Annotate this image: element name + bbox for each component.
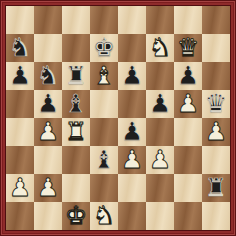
square-b6[interactable]: ♞ — [34, 62, 62, 90]
square-e7[interactable] — [118, 34, 146, 62]
square-a5[interactable] — [6, 90, 34, 118]
square-g3[interactable] — [174, 146, 202, 174]
square-d1[interactable]: ♞ — [90, 202, 118, 230]
square-b7[interactable] — [34, 34, 62, 62]
square-d8[interactable] — [90, 6, 118, 34]
white-pawn[interactable]: ♟ — [205, 118, 227, 146]
square-d7[interactable]: ♚ — [90, 34, 118, 62]
square-a3[interactable] — [6, 146, 34, 174]
square-h1[interactable] — [202, 202, 230, 230]
black-bishop[interactable]: ♝ — [65, 90, 87, 118]
black-rook[interactable]: ♜ — [205, 174, 227, 202]
black-pawn[interactable]: ♟ — [177, 62, 199, 90]
square-b2[interactable]: ♟ — [34, 174, 62, 202]
white-rook[interactable]: ♜ — [65, 118, 87, 146]
white-knight[interactable]: ♞ — [93, 202, 115, 230]
white-king[interactable]: ♚ — [65, 202, 87, 230]
square-e6[interactable]: ♟ — [118, 62, 146, 90]
square-d3[interactable]: ♝ — [90, 146, 118, 174]
square-h3[interactable] — [202, 146, 230, 174]
black-pawn[interactable]: ♟ — [149, 90, 171, 118]
square-f8[interactable] — [146, 6, 174, 34]
square-f4[interactable] — [146, 118, 174, 146]
white-pawn[interactable]: ♟ — [37, 174, 59, 202]
square-h4[interactable]: ♟ — [202, 118, 230, 146]
black-rook[interactable]: ♜ — [65, 62, 87, 90]
square-g4[interactable] — [174, 118, 202, 146]
white-queen[interactable]: ♛ — [177, 34, 199, 62]
square-a7[interactable]: ♞ — [6, 34, 34, 62]
square-h7[interactable] — [202, 34, 230, 62]
square-e2[interactable] — [118, 174, 146, 202]
square-e5[interactable] — [118, 90, 146, 118]
square-d4[interactable] — [90, 118, 118, 146]
white-pawn[interactable]: ♟ — [121, 146, 143, 174]
square-h6[interactable] — [202, 62, 230, 90]
black-queen[interactable]: ♛ — [205, 90, 227, 118]
square-g1[interactable] — [174, 202, 202, 230]
white-pawn[interactable]: ♟ — [37, 118, 59, 146]
square-b3[interactable] — [34, 146, 62, 174]
square-a4[interactable] — [6, 118, 34, 146]
square-c3[interactable] — [62, 146, 90, 174]
square-f1[interactable] — [146, 202, 174, 230]
black-king[interactable]: ♚ — [93, 34, 115, 62]
square-f7[interactable]: ♞ — [146, 34, 174, 62]
square-e4[interactable]: ♟ — [118, 118, 146, 146]
square-g8[interactable] — [174, 6, 202, 34]
black-pawn[interactable]: ♟ — [9, 62, 31, 90]
white-knight[interactable]: ♞ — [149, 34, 171, 62]
square-c6[interactable]: ♜ — [62, 62, 90, 90]
square-f3[interactable]: ♟ — [146, 146, 174, 174]
white-bishop[interactable]: ♝ — [93, 62, 115, 90]
square-d5[interactable] — [90, 90, 118, 118]
square-c1[interactable]: ♚ — [62, 202, 90, 230]
square-f6[interactable] — [146, 62, 174, 90]
black-pawn[interactable]: ♟ — [37, 90, 59, 118]
square-g6[interactable]: ♟ — [174, 62, 202, 90]
square-h2[interactable]: ♜ — [202, 174, 230, 202]
square-d6[interactable]: ♝ — [90, 62, 118, 90]
square-f5[interactable]: ♟ — [146, 90, 174, 118]
square-c4[interactable]: ♜ — [62, 118, 90, 146]
square-e3[interactable]: ♟ — [118, 146, 146, 174]
square-g7[interactable]: ♛ — [174, 34, 202, 62]
square-b8[interactable] — [34, 6, 62, 34]
square-b5[interactable]: ♟ — [34, 90, 62, 118]
chess-board: ♞♚♞♛♟♞♜♝♟♟♟♝♟♟♛♟♜♟♟♝♟♟♟♟♜♚♞ — [6, 6, 230, 230]
square-c7[interactable] — [62, 34, 90, 62]
white-pawn[interactable]: ♟ — [149, 146, 171, 174]
square-a8[interactable] — [6, 6, 34, 34]
square-a6[interactable]: ♟ — [6, 62, 34, 90]
white-pawn[interactable]: ♟ — [9, 174, 31, 202]
black-knight[interactable]: ♞ — [9, 34, 31, 62]
square-d2[interactable] — [90, 174, 118, 202]
square-g5[interactable]: ♟ — [174, 90, 202, 118]
square-a1[interactable] — [6, 202, 34, 230]
white-pawn[interactable]: ♟ — [177, 90, 199, 118]
square-g2[interactable] — [174, 174, 202, 202]
square-c8[interactable] — [62, 6, 90, 34]
square-e8[interactable] — [118, 6, 146, 34]
black-pawn[interactable]: ♟ — [121, 62, 143, 90]
square-b4[interactable]: ♟ — [34, 118, 62, 146]
square-b1[interactable] — [34, 202, 62, 230]
square-a2[interactable]: ♟ — [6, 174, 34, 202]
board-frame: ♞♚♞♛♟♞♜♝♟♟♟♝♟♟♛♟♜♟♟♝♟♟♟♟♜♚♞ — [0, 0, 236, 236]
black-bishop[interactable]: ♝ — [93, 146, 115, 174]
square-f2[interactable] — [146, 174, 174, 202]
square-c5[interactable]: ♝ — [62, 90, 90, 118]
square-h5[interactable]: ♛ — [202, 90, 230, 118]
square-e1[interactable] — [118, 202, 146, 230]
square-h8[interactable] — [202, 6, 230, 34]
black-knight[interactable]: ♞ — [37, 62, 59, 90]
square-c2[interactable] — [62, 174, 90, 202]
black-pawn[interactable]: ♟ — [121, 118, 143, 146]
